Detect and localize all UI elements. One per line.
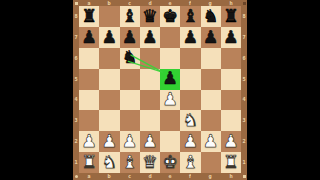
square-g4[interactable] bbox=[201, 90, 221, 111]
square-a5[interactable] bbox=[79, 69, 99, 90]
piece-black-pawn-c7[interactable]: ♟ bbox=[122, 29, 138, 47]
square-a7[interactable]: ♟ bbox=[79, 27, 99, 48]
board-grid: ♜♝♛♚♝♞♜♟♟♟♟♟♟♟♞♟♟♞♟♟♟♟♟♟♟♜♞♝♛♚♝♜ bbox=[79, 6, 241, 173]
piece-black-bishop-c8[interactable]: ♝ bbox=[122, 8, 138, 26]
square-f8[interactable]: ♝ bbox=[180, 6, 200, 27]
piece-white-pawn-d2[interactable]: ♟ bbox=[142, 133, 158, 151]
square-g1[interactable] bbox=[201, 152, 221, 173]
file-label-c: c bbox=[120, 173, 140, 180]
rank-label-5: 5 bbox=[241, 69, 247, 90]
piece-black-knight-c6[interactable]: ♞ bbox=[122, 49, 138, 67]
video-frame: abcdefgh abcdefgh 87654321 87654321 ♜♝♛♚… bbox=[0, 0, 320, 180]
square-a4[interactable] bbox=[79, 90, 99, 111]
square-f5[interactable] bbox=[180, 69, 200, 90]
square-h4[interactable] bbox=[221, 90, 241, 111]
corner-mark-br bbox=[243, 175, 246, 178]
corner-mark-tr bbox=[243, 2, 246, 5]
square-d1[interactable]: ♛ bbox=[140, 152, 160, 173]
file-labels-bottom: abcdefgh bbox=[79, 173, 241, 180]
square-h7[interactable]: ♟ bbox=[221, 27, 241, 48]
file-label-f: f bbox=[180, 173, 200, 180]
rank-label-4: 4 bbox=[241, 90, 247, 111]
square-e6[interactable] bbox=[160, 48, 180, 69]
rank-label-7: 7 bbox=[241, 27, 247, 48]
square-c4[interactable] bbox=[120, 90, 140, 111]
rank-label-1: 1 bbox=[241, 152, 247, 173]
square-a2[interactable]: ♟ bbox=[79, 131, 99, 152]
letterbox-left bbox=[0, 0, 73, 180]
piece-white-bishop-c1[interactable]: ♝ bbox=[122, 154, 138, 172]
rank-label-6: 6 bbox=[241, 48, 247, 69]
file-label-a: a bbox=[79, 173, 99, 180]
piece-white-knight-b1[interactable]: ♞ bbox=[102, 154, 118, 172]
piece-black-knight-g8[interactable]: ♞ bbox=[203, 8, 219, 26]
piece-black-queen-d8[interactable]: ♛ bbox=[142, 8, 158, 26]
square-b3[interactable] bbox=[99, 110, 119, 131]
square-e8[interactable]: ♚ bbox=[160, 6, 180, 27]
piece-black-pawn-d7[interactable]: ♟ bbox=[142, 29, 158, 47]
file-label-d: d bbox=[140, 173, 160, 180]
square-a1[interactable]: ♜ bbox=[79, 152, 99, 173]
file-label-h: h bbox=[221, 173, 241, 180]
piece-white-bishop-f1[interactable]: ♝ bbox=[183, 154, 199, 172]
square-f1[interactable]: ♝ bbox=[180, 152, 200, 173]
piece-black-pawn-b7[interactable]: ♟ bbox=[102, 29, 118, 47]
piece-black-pawn-g7[interactable]: ♟ bbox=[203, 29, 219, 47]
piece-black-rook-a8[interactable]: ♜ bbox=[81, 8, 97, 26]
square-b2[interactable]: ♟ bbox=[99, 131, 119, 152]
piece-black-pawn-h7[interactable]: ♟ bbox=[223, 29, 239, 47]
square-d3[interactable] bbox=[140, 110, 160, 131]
square-e2[interactable] bbox=[160, 131, 180, 152]
file-label-g: g bbox=[201, 173, 221, 180]
square-h6[interactable] bbox=[221, 48, 241, 69]
square-e5[interactable]: ♟ bbox=[160, 69, 180, 90]
square-c2[interactable]: ♟ bbox=[120, 131, 140, 152]
piece-white-rook-a1[interactable]: ♜ bbox=[81, 154, 97, 172]
square-c6[interactable]: ♞ bbox=[120, 48, 140, 69]
piece-white-queen-d1[interactable]: ♛ bbox=[142, 154, 158, 172]
square-g2[interactable]: ♟ bbox=[201, 131, 221, 152]
piece-white-pawn-e4[interactable]: ♟ bbox=[162, 91, 178, 109]
square-g3[interactable] bbox=[201, 110, 221, 131]
piece-black-pawn-f7[interactable]: ♟ bbox=[183, 29, 199, 47]
square-a6[interactable] bbox=[79, 48, 99, 69]
square-c3[interactable] bbox=[120, 110, 140, 131]
square-f6[interactable] bbox=[180, 48, 200, 69]
square-h1[interactable]: ♜ bbox=[221, 152, 241, 173]
square-d4[interactable] bbox=[140, 90, 160, 111]
square-d2[interactable]: ♟ bbox=[140, 131, 160, 152]
square-f7[interactable]: ♟ bbox=[180, 27, 200, 48]
square-d5[interactable] bbox=[140, 69, 160, 90]
square-e4[interactable]: ♟ bbox=[160, 90, 180, 111]
square-e1[interactable]: ♚ bbox=[160, 152, 180, 173]
square-a8[interactable]: ♜ bbox=[79, 6, 99, 27]
letterbox-right bbox=[247, 0, 320, 180]
square-b1[interactable]: ♞ bbox=[99, 152, 119, 173]
piece-white-pawn-b2[interactable]: ♟ bbox=[102, 133, 118, 151]
square-f4[interactable] bbox=[180, 90, 200, 111]
square-b4[interactable] bbox=[99, 90, 119, 111]
square-f2[interactable]: ♟ bbox=[180, 131, 200, 152]
square-c5[interactable] bbox=[120, 69, 140, 90]
piece-black-bishop-f8[interactable]: ♝ bbox=[183, 8, 199, 26]
piece-white-pawn-g2[interactable]: ♟ bbox=[203, 133, 219, 151]
square-b8[interactable] bbox=[99, 6, 119, 27]
square-d7[interactable]: ♟ bbox=[140, 27, 160, 48]
piece-black-king-e8[interactable]: ♚ bbox=[162, 8, 178, 26]
square-b7[interactable]: ♟ bbox=[99, 27, 119, 48]
chess-board[interactable]: abcdefgh abcdefgh 87654321 87654321 ♜♝♛♚… bbox=[73, 0, 247, 180]
square-e7[interactable] bbox=[160, 27, 180, 48]
corner-mark-tl bbox=[75, 2, 78, 5]
corner-mark-bl bbox=[75, 175, 78, 178]
piece-white-knight-f3[interactable]: ♞ bbox=[183, 112, 199, 130]
rank-labels-right: 87654321 bbox=[241, 6, 247, 173]
square-h3[interactable] bbox=[221, 110, 241, 131]
square-e3[interactable] bbox=[160, 110, 180, 131]
square-h8[interactable]: ♜ bbox=[221, 6, 241, 27]
square-a3[interactable] bbox=[79, 110, 99, 131]
piece-black-pawn-a7[interactable]: ♟ bbox=[81, 29, 97, 47]
square-f3[interactable]: ♞ bbox=[180, 110, 200, 131]
square-c8[interactable]: ♝ bbox=[120, 6, 140, 27]
rank-label-2: 2 bbox=[241, 131, 247, 152]
square-b5[interactable] bbox=[99, 69, 119, 90]
square-b6[interactable] bbox=[99, 48, 119, 69]
square-g7[interactable]: ♟ bbox=[201, 27, 221, 48]
piece-white-king-e1[interactable]: ♚ bbox=[162, 154, 178, 172]
square-c1[interactable]: ♝ bbox=[120, 152, 140, 173]
square-c7[interactable]: ♟ bbox=[120, 27, 140, 48]
rank-label-8: 8 bbox=[241, 6, 247, 27]
square-h2[interactable]: ♟ bbox=[221, 131, 241, 152]
piece-white-pawn-f2[interactable]: ♟ bbox=[183, 133, 199, 151]
square-g8[interactable]: ♞ bbox=[201, 6, 221, 27]
piece-white-pawn-c2[interactable]: ♟ bbox=[122, 133, 138, 151]
piece-white-pawn-a2[interactable]: ♟ bbox=[81, 133, 97, 151]
file-label-e: e bbox=[160, 173, 180, 180]
piece-white-pawn-h2[interactable]: ♟ bbox=[223, 133, 239, 151]
piece-black-rook-h8[interactable]: ♜ bbox=[223, 8, 239, 26]
piece-black-pawn-e5[interactable]: ♟ bbox=[162, 70, 178, 88]
square-d8[interactable]: ♛ bbox=[140, 6, 160, 27]
square-g5[interactable] bbox=[201, 69, 221, 90]
piece-white-rook-h1[interactable]: ♜ bbox=[223, 154, 239, 172]
square-d6[interactable] bbox=[140, 48, 160, 69]
rank-label-3: 3 bbox=[241, 110, 247, 131]
square-h5[interactable] bbox=[221, 69, 241, 90]
square-g6[interactable] bbox=[201, 48, 221, 69]
file-label-b: b bbox=[99, 173, 119, 180]
